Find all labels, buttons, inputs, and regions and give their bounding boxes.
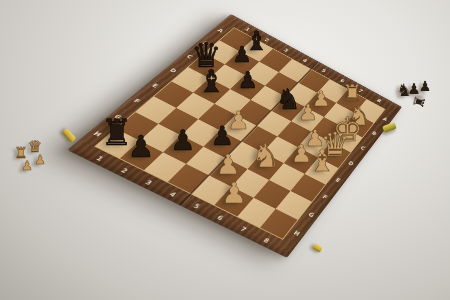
frame-label-rank-8-near: 8 [262, 236, 271, 244]
captured-white-pawn-2[interactable]: ♟ [21, 159, 33, 172]
brass-clasp-left [62, 128, 77, 143]
frame-label-file-a-near: A [382, 116, 389, 122]
frame-label-file-h-near: H [292, 229, 301, 237]
frame-label-rank-4-near: 4 [168, 190, 178, 198]
table-surface: 11AA22BB33CC44DD55EE66FF77GG88HH ♚♛♝♜♞♞♟… [0, 0, 450, 300]
frame-label-file-e-far: E [151, 82, 160, 89]
frame-label-rank-2-near: 2 [120, 166, 131, 174]
frame-label-rank-4-far: 4 [302, 57, 309, 63]
square-g8[interactable] [276, 191, 312, 220]
square-h4[interactable] [168, 164, 209, 194]
piece-black-pawn-f4[interactable]: ♟ [211, 123, 235, 149]
piece-black-pawn-b2[interactable]: ♟ [232, 45, 252, 67]
frame-label-file-f-far: F [132, 97, 142, 104]
piece-black-rook-h1[interactable]: ♜ [101, 115, 133, 151]
square-g7[interactable] [254, 180, 291, 209]
frame-label-rank-3-far: 3 [283, 47, 290, 53]
captured-black-pawn-2[interactable]: ♟ [419, 79, 432, 93]
frame-label-rank-8-far: 8 [376, 97, 383, 103]
piece-white-pawn-g5[interactable]: ♟ [216, 150, 241, 178]
frame-label-file-b-near: B [371, 130, 378, 136]
frame-label-file-a-far: A [217, 27, 226, 33]
piece-black-pawn-g3[interactable]: ♟ [170, 127, 195, 155]
piece-black-knight-c5[interactable]: ♞ [276, 86, 301, 114]
frame-label-file-g-near: G [307, 211, 316, 219]
square-e1[interactable] [154, 81, 193, 107]
square-a4[interactable] [279, 59, 311, 82]
square-f1[interactable] [136, 96, 177, 123]
frame-label-rank-1-near: 1 [95, 154, 106, 162]
brass-hinge-bottom [312, 243, 323, 253]
piece-white-pawn-c6[interactable]: ♟ [298, 101, 318, 123]
frame-label-rank-7-near: 7 [239, 225, 248, 233]
frame-label-file-f-near: F [321, 193, 329, 200]
piece-white-pawn-e7[interactable]: ♟ [291, 141, 313, 165]
piece-black-bishop-d2[interactable]: ♝ [198, 66, 226, 97]
frame-label-rank-6-near: 6 [216, 213, 226, 221]
frame-label-rank-5-far: 5 [321, 67, 328, 73]
piece-white-pawn-h6[interactable]: ♟ [221, 179, 247, 208]
square-h8[interactable] [260, 209, 297, 239]
frame-label-file-d-far: D [168, 67, 178, 74]
captured-black-rook-3[interactable]: ♜ [411, 94, 428, 110]
frame-label-rank-3-near: 3 [144, 178, 154, 186]
captured-white-pawn-3[interactable]: ♟ [34, 153, 46, 166]
piece-black-pawn-c3[interactable]: ♟ [238, 69, 258, 92]
frame-label-rank-5-near: 5 [192, 202, 202, 210]
piece-white-knight-f6[interactable]: ♞ [251, 140, 280, 172]
